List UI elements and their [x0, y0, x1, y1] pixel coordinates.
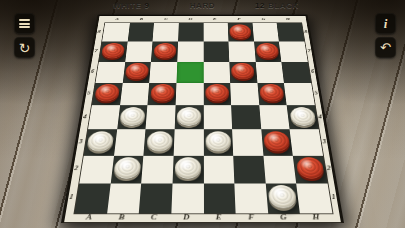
square-c4[interactable]: [146, 105, 176, 129]
file-label-e: E: [203, 213, 236, 223]
square-b4[interactable]: [117, 105, 148, 129]
white-score: WHITE 9: [113, 1, 150, 10]
restart-button[interactable]: ↻: [14, 37, 35, 58]
square-g6[interactable]: [255, 61, 284, 82]
square-b2[interactable]: [110, 155, 143, 183]
square-e5[interactable]: [203, 83, 231, 106]
red-piece-b6[interactable]: [125, 63, 149, 79]
square-h8[interactable]: [277, 23, 305, 42]
file-label-h: H: [299, 213, 333, 223]
square-c1[interactable]: [139, 183, 172, 213]
white-piece-b2[interactable]: [113, 157, 141, 178]
square-g7[interactable]: [254, 42, 282, 62]
square-a5[interactable]: [92, 83, 123, 106]
checkers-app-screen: WHITE 9 HARD 12 BLACK ↻ i ↶ ABCDEFGH ABC…: [0, 0, 405, 228]
refresh-icon: ↻: [19, 41, 31, 55]
white-piece-g1[interactable]: [268, 185, 297, 208]
square-a8[interactable]: [102, 23, 130, 42]
undo-button[interactable]: ↶: [375, 37, 396, 58]
info-button[interactable]: i: [375, 13, 396, 34]
square-f5[interactable]: [230, 83, 259, 106]
square-b8[interactable]: [127, 23, 154, 42]
square-c7[interactable]: [151, 42, 178, 62]
file-label-c: C: [137, 213, 170, 223]
square-a6[interactable]: [96, 61, 125, 82]
square-e6[interactable]: [203, 61, 230, 82]
red-piece-f8[interactable]: [230, 24, 252, 38]
white-label: WHITE: [113, 1, 142, 10]
square-d1[interactable]: [171, 183, 203, 213]
red-piece-e5[interactable]: [205, 84, 229, 101]
square-d8[interactable]: [178, 23, 203, 42]
file-label-d: D: [170, 213, 203, 223]
square-d7[interactable]: [177, 42, 203, 62]
black-score: 12 BLACK: [255, 1, 299, 10]
square-g5[interactable]: [257, 83, 287, 106]
file-label-e: E: [203, 17, 228, 22]
red-piece-c5[interactable]: [150, 84, 175, 101]
file-label-a: A: [72, 213, 106, 223]
white-piece-a3[interactable]: [87, 131, 115, 151]
red-piece-f6[interactable]: [231, 63, 255, 79]
square-b6[interactable]: [122, 61, 151, 82]
red-piece-c7[interactable]: [153, 43, 176, 58]
white-piece-h4[interactable]: [289, 107, 316, 126]
red-piece-h2[interactable]: [295, 157, 324, 178]
square-e3[interactable]: [203, 129, 233, 155]
file-label-g: G: [267, 213, 300, 223]
square-e2[interactable]: [203, 155, 234, 183]
square-f6[interactable]: [229, 61, 257, 82]
file-label-b: B: [129, 17, 154, 22]
square-g3[interactable]: [261, 129, 293, 155]
square-g1[interactable]: [265, 183, 300, 213]
square-b1[interactable]: [107, 183, 142, 213]
file-label-g: G: [251, 17, 276, 22]
square-h5[interactable]: [284, 83, 315, 106]
file-labels-top: ABCDEFGH: [104, 17, 300, 22]
board-scene: ABCDEFGH ABCDEFGH 87654321 87654321: [61, 13, 344, 223]
board-grid: [73, 22, 333, 214]
white-count: 9: [145, 1, 150, 10]
square-h7[interactable]: [279, 42, 308, 62]
square-h4[interactable]: [287, 105, 319, 129]
black-count: 12: [255, 1, 265, 10]
white-piece-d2[interactable]: [175, 157, 202, 178]
file-labels-bottom: ABCDEFGH: [72, 213, 333, 223]
square-c2[interactable]: [141, 155, 173, 183]
square-h6[interactable]: [282, 61, 312, 82]
square-a7[interactable]: [99, 42, 127, 62]
red-piece-g3[interactable]: [263, 131, 290, 151]
square-c8[interactable]: [153, 23, 179, 42]
square-d5[interactable]: [175, 83, 203, 106]
white-piece-e3[interactable]: [205, 131, 231, 151]
square-e8[interactable]: [203, 23, 228, 42]
file-label-b: B: [105, 213, 138, 223]
square-a1[interactable]: [75, 183, 111, 213]
square-h3[interactable]: [290, 129, 323, 155]
square-h1[interactable]: [297, 183, 333, 213]
red-piece-a5[interactable]: [94, 84, 120, 101]
square-h2[interactable]: [293, 155, 327, 183]
file-label-c: C: [153, 17, 178, 22]
square-a3[interactable]: [84, 129, 117, 155]
file-label-d: D: [178, 17, 203, 22]
square-g8[interactable]: [252, 23, 279, 42]
white-piece-b4[interactable]: [119, 107, 145, 126]
square-c5[interactable]: [148, 83, 177, 106]
square-a4[interactable]: [88, 105, 120, 129]
square-a2[interactable]: [79, 155, 113, 183]
red-piece-g5[interactable]: [259, 84, 284, 101]
red-piece-g7[interactable]: [256, 43, 280, 58]
square-f3[interactable]: [232, 129, 263, 155]
difficulty-label: HARD: [190, 1, 216, 10]
file-label-h: H: [275, 17, 300, 22]
file-label-f: F: [227, 17, 252, 22]
undo-icon: ↶: [380, 41, 391, 54]
square-d6[interactable]: [176, 61, 203, 82]
square-c3[interactable]: [144, 129, 175, 155]
checkers-board: ABCDEFGH ABCDEFGH 87654321 87654321: [61, 15, 344, 223]
square-e7[interactable]: [203, 42, 229, 62]
square-f4[interactable]: [231, 105, 261, 129]
square-b5[interactable]: [120, 83, 150, 106]
square-f1[interactable]: [234, 183, 267, 213]
square-f8[interactable]: [228, 23, 254, 42]
file-label-a: A: [104, 17, 129, 22]
white-piece-d4[interactable]: [177, 107, 202, 126]
file-label-f: F: [235, 213, 268, 223]
square-c6[interactable]: [149, 61, 177, 82]
square-d3[interactable]: [174, 129, 204, 155]
red-piece-a7[interactable]: [101, 43, 125, 58]
square-g4[interactable]: [259, 105, 290, 129]
square-e1[interactable]: [203, 183, 235, 213]
square-e4[interactable]: [203, 105, 232, 129]
black-label: BLACK: [268, 1, 299, 10]
menu-icon: [19, 19, 30, 28]
square-d2[interactable]: [172, 155, 203, 183]
square-f2[interactable]: [233, 155, 265, 183]
menu-button[interactable]: [14, 13, 35, 34]
square-b3[interactable]: [114, 129, 146, 155]
square-d4[interactable]: [175, 105, 204, 129]
square-f7[interactable]: [229, 42, 256, 62]
square-b7[interactable]: [125, 42, 153, 62]
white-piece-c3[interactable]: [146, 131, 172, 151]
square-g2[interactable]: [263, 155, 296, 183]
info-icon: i: [384, 16, 388, 32]
